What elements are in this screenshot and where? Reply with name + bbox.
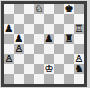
square-h5[interactable] <box>74 34 84 44</box>
square-g8[interactable]: ♚ <box>64 4 74 14</box>
square-g4[interactable] <box>64 44 74 54</box>
square-d7[interactable] <box>34 14 44 24</box>
square-f2[interactable] <box>54 64 64 74</box>
square-f8[interactable] <box>54 4 64 14</box>
square-e6[interactable] <box>44 24 54 34</box>
piece-black-pawn[interactable]: ♟ <box>5 24 14 34</box>
chess-board: ♘♚♟♖♟♟♜♙♙♙♔♞ <box>4 4 84 84</box>
square-d3[interactable] <box>34 54 44 64</box>
square-d1[interactable] <box>34 74 44 84</box>
piece-white-knight[interactable]: ♘ <box>35 4 44 14</box>
square-a2[interactable] <box>4 64 14 74</box>
square-b8[interactable] <box>14 4 24 14</box>
piece-black-pawn[interactable]: ♟ <box>45 34 54 44</box>
square-c3[interactable] <box>24 54 34 64</box>
square-a7[interactable] <box>4 14 14 24</box>
square-h2[interactable]: ♞ <box>74 64 84 74</box>
square-g1[interactable] <box>64 74 74 84</box>
square-h4[interactable] <box>74 44 84 54</box>
square-g5[interactable]: ♜ <box>64 34 74 44</box>
square-d6[interactable] <box>34 24 44 34</box>
square-d2[interactable] <box>34 64 44 74</box>
piece-white-pawn[interactable]: ♙ <box>15 44 24 54</box>
square-e7[interactable] <box>44 14 54 24</box>
square-b5[interactable]: ♟ <box>14 34 24 44</box>
square-e4[interactable] <box>44 44 54 54</box>
square-e3[interactable] <box>44 54 54 64</box>
square-d5[interactable] <box>34 34 44 44</box>
square-h1[interactable] <box>74 74 84 84</box>
square-g6[interactable] <box>64 24 74 34</box>
square-e1[interactable] <box>44 74 54 84</box>
square-h8[interactable] <box>74 4 84 14</box>
square-b6[interactable] <box>14 24 24 34</box>
square-b4[interactable]: ♙ <box>14 44 24 54</box>
square-b1[interactable] <box>14 74 24 84</box>
square-f5[interactable] <box>54 34 64 44</box>
square-d4[interactable] <box>34 44 44 54</box>
square-f7[interactable] <box>54 14 64 24</box>
square-b3[interactable] <box>14 54 24 64</box>
square-a4[interactable] <box>4 44 14 54</box>
square-f3[interactable] <box>54 54 64 64</box>
square-h6[interactable]: ♖ <box>74 24 84 34</box>
piece-white-pawn[interactable]: ♙ <box>5 54 14 64</box>
square-e5[interactable]: ♟ <box>44 34 54 44</box>
square-c4[interactable] <box>24 44 34 54</box>
square-c2[interactable] <box>24 64 34 74</box>
square-g7[interactable] <box>64 14 74 24</box>
square-g3[interactable] <box>64 54 74 64</box>
square-c8[interactable] <box>24 4 34 14</box>
piece-black-knight[interactable]: ♞ <box>75 64 84 74</box>
piece-black-king[interactable]: ♚ <box>65 4 74 14</box>
square-c1[interactable] <box>24 74 34 84</box>
square-a6[interactable]: ♟ <box>4 24 14 34</box>
piece-black-rook[interactable]: ♜ <box>65 34 74 44</box>
square-h3[interactable]: ♙ <box>74 54 84 64</box>
square-a1[interactable] <box>4 74 14 84</box>
square-b2[interactable] <box>14 64 24 74</box>
square-a5[interactable] <box>4 34 14 44</box>
piece-black-pawn[interactable]: ♟ <box>15 34 24 44</box>
chess-board-frame: ♘♚♟♖♟♟♜♙♙♙♔♞ <box>1 1 87 87</box>
piece-white-pawn[interactable]: ♙ <box>75 54 84 64</box>
square-f6[interactable] <box>54 24 64 34</box>
square-h7[interactable] <box>74 14 84 24</box>
square-f1[interactable] <box>54 74 64 84</box>
square-f4[interactable] <box>54 44 64 54</box>
square-c6[interactable] <box>24 24 34 34</box>
piece-white-rook[interactable]: ♖ <box>75 24 84 34</box>
square-e2[interactable]: ♔ <box>44 64 54 74</box>
square-g2[interactable] <box>64 64 74 74</box>
square-b7[interactable] <box>14 14 24 24</box>
square-c5[interactable] <box>24 34 34 44</box>
square-e8[interactable] <box>44 4 54 14</box>
square-c7[interactable] <box>24 14 34 24</box>
piece-white-king[interactable]: ♔ <box>45 64 54 74</box>
square-a3[interactable]: ♙ <box>4 54 14 64</box>
square-d8[interactable]: ♘ <box>34 4 44 14</box>
square-a8[interactable] <box>4 4 14 14</box>
